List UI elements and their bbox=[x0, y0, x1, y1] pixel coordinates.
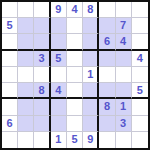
cell-r5c5[interactable] bbox=[67, 67, 83, 83]
cell-r3c1[interactable] bbox=[2, 34, 18, 50]
cell-r7c7[interactable]: 8 bbox=[99, 99, 115, 115]
given-digit: 4 bbox=[120, 36, 126, 47]
cell-r3c8[interactable]: 4 bbox=[116, 34, 132, 50]
given-digit: 9 bbox=[55, 4, 61, 15]
given-digit: 3 bbox=[120, 118, 126, 129]
cell-r6c8[interactable] bbox=[116, 83, 132, 99]
cell-r9c6[interactable]: 9 bbox=[83, 132, 99, 148]
given-digit: 4 bbox=[71, 4, 77, 15]
cell-r1c7[interactable] bbox=[99, 2, 115, 18]
cell-r9c5[interactable]: 5 bbox=[67, 132, 83, 148]
cell-r5c4[interactable] bbox=[51, 67, 67, 83]
cell-r5c2[interactable] bbox=[18, 67, 34, 83]
cell-r2c1[interactable]: 5 bbox=[2, 18, 18, 34]
cell-r6c9[interactable]: 5 bbox=[132, 83, 148, 99]
cell-r4c5[interactable] bbox=[67, 51, 83, 67]
given-digit: 7 bbox=[120, 20, 126, 31]
cell-r4c4[interactable]: 5 bbox=[51, 51, 67, 67]
given-digit: 4 bbox=[137, 53, 143, 64]
cell-r3c5[interactable] bbox=[67, 34, 83, 50]
cell-r2c5[interactable] bbox=[67, 18, 83, 34]
given-digit: 9 bbox=[87, 134, 93, 145]
cell-r8c6[interactable] bbox=[83, 116, 99, 132]
cell-r6c6[interactable] bbox=[83, 83, 99, 99]
cell-r2c2[interactable] bbox=[18, 18, 34, 34]
cell-r9c4[interactable]: 1 bbox=[51, 132, 67, 148]
sudoku-board: 948576435418458163159 bbox=[0, 0, 150, 150]
cell-r7c6[interactable] bbox=[83, 99, 99, 115]
cell-r6c1[interactable] bbox=[2, 83, 18, 99]
given-digit: 3 bbox=[38, 53, 44, 64]
cell-r5c9[interactable] bbox=[132, 67, 148, 83]
cell-r9c1[interactable] bbox=[2, 132, 18, 148]
cell-r3c6[interactable] bbox=[83, 34, 99, 50]
given-digit: 1 bbox=[87, 69, 93, 80]
cell-r2c6[interactable] bbox=[83, 18, 99, 34]
cell-r9c7[interactable] bbox=[99, 132, 115, 148]
cell-r1c2[interactable] bbox=[18, 2, 34, 18]
cell-r9c9[interactable] bbox=[132, 132, 148, 148]
cell-r8c3[interactable] bbox=[34, 116, 50, 132]
cell-r2c3[interactable] bbox=[34, 18, 50, 34]
cell-r4c6[interactable] bbox=[83, 51, 99, 67]
cell-r5c7[interactable] bbox=[99, 67, 115, 83]
given-digit: 5 bbox=[7, 20, 13, 31]
given-digit: 4 bbox=[55, 85, 61, 96]
cell-r5c6[interactable]: 1 bbox=[83, 67, 99, 83]
cell-r1c3[interactable] bbox=[34, 2, 50, 18]
cell-r4c9[interactable]: 4 bbox=[132, 51, 148, 67]
cell-r8c7[interactable] bbox=[99, 116, 115, 132]
cell-r1c4[interactable]: 9 bbox=[51, 2, 67, 18]
cell-r2c4[interactable] bbox=[51, 18, 67, 34]
cell-r4c7[interactable] bbox=[99, 51, 115, 67]
cell-r2c8[interactable]: 7 bbox=[116, 18, 132, 34]
cell-r8c8[interactable]: 3 bbox=[116, 116, 132, 132]
cell-r6c4[interactable]: 4 bbox=[51, 83, 67, 99]
cell-r9c3[interactable] bbox=[34, 132, 50, 148]
cell-r2c9[interactable] bbox=[132, 18, 148, 34]
cell-r6c5[interactable] bbox=[67, 83, 83, 99]
cell-r7c9[interactable] bbox=[132, 99, 148, 115]
cell-r3c9[interactable] bbox=[132, 34, 148, 50]
given-digit: 8 bbox=[87, 4, 93, 15]
cell-r7c2[interactable] bbox=[18, 99, 34, 115]
cell-r1c1[interactable] bbox=[2, 2, 18, 18]
cell-r4c2[interactable] bbox=[18, 51, 34, 67]
cell-r6c2[interactable] bbox=[18, 83, 34, 99]
cell-r9c8[interactable] bbox=[116, 132, 132, 148]
given-digit: 5 bbox=[137, 85, 143, 96]
cell-r1c5[interactable]: 4 bbox=[67, 2, 83, 18]
cell-r6c3[interactable]: 8 bbox=[34, 83, 50, 99]
cell-r1c6[interactable]: 8 bbox=[83, 2, 99, 18]
cell-r5c8[interactable] bbox=[116, 67, 132, 83]
cell-r9c2[interactable] bbox=[18, 132, 34, 148]
cell-r8c4[interactable] bbox=[51, 116, 67, 132]
cell-r8c2[interactable] bbox=[18, 116, 34, 132]
cell-r7c4[interactable] bbox=[51, 99, 67, 115]
cell-r1c9[interactable] bbox=[132, 2, 148, 18]
cell-r4c8[interactable] bbox=[116, 51, 132, 67]
given-digit: 8 bbox=[38, 85, 44, 96]
cell-r4c3[interactable]: 3 bbox=[34, 51, 50, 67]
cell-r3c7[interactable]: 6 bbox=[99, 34, 115, 50]
cell-r7c3[interactable] bbox=[34, 99, 50, 115]
given-digit: 6 bbox=[104, 36, 110, 47]
cell-r5c1[interactable] bbox=[2, 67, 18, 83]
cell-r8c1[interactable]: 6 bbox=[2, 116, 18, 132]
cell-r7c1[interactable] bbox=[2, 99, 18, 115]
given-digit: 6 bbox=[7, 118, 13, 129]
cell-r2c7[interactable] bbox=[99, 18, 115, 34]
cell-r1c8[interactable] bbox=[116, 2, 132, 18]
given-digit: 5 bbox=[55, 53, 61, 64]
given-digit: 1 bbox=[120, 101, 126, 112]
cell-r3c2[interactable] bbox=[18, 34, 34, 50]
cell-r7c8[interactable]: 1 bbox=[116, 99, 132, 115]
given-digit: 5 bbox=[71, 134, 77, 145]
cell-r8c5[interactable] bbox=[67, 116, 83, 132]
cell-r6c7[interactable] bbox=[99, 83, 115, 99]
cell-r4c1[interactable] bbox=[2, 51, 18, 67]
given-digit: 8 bbox=[104, 101, 110, 112]
cell-r5c3[interactable] bbox=[34, 67, 50, 83]
cell-r7c5[interactable] bbox=[67, 99, 83, 115]
cell-r3c4[interactable] bbox=[51, 34, 67, 50]
given-digit: 1 bbox=[55, 134, 61, 145]
cell-r8c9[interactable] bbox=[132, 116, 148, 132]
cell-r3c3[interactable] bbox=[34, 34, 50, 50]
